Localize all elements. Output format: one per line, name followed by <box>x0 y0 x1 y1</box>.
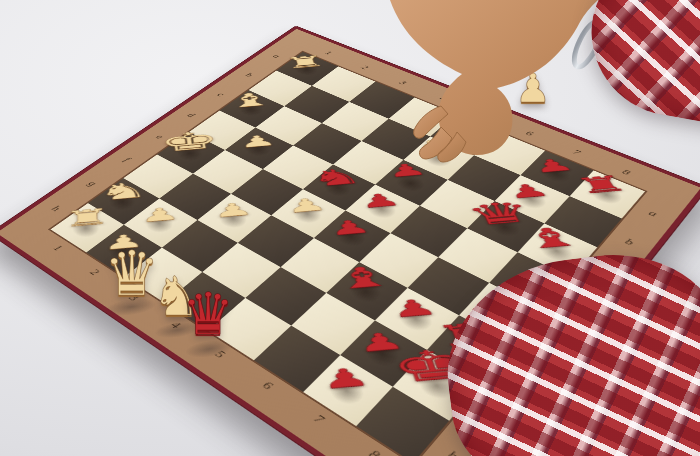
rank-label-bottom-1: 1 <box>35 232 82 264</box>
file-label-left-d: d <box>170 104 213 127</box>
square-g7 <box>340 320 427 386</box>
photo-backdrop: 11aa22bb33cc44dd55ee66ff77gg88hh ♜♝♚♞♜♟♟… <box>0 0 700 456</box>
square-f6 <box>326 262 407 320</box>
square-f5 <box>281 238 360 293</box>
square-g4 <box>202 243 280 298</box>
square-f4 <box>238 215 314 267</box>
square-b8 <box>544 196 621 247</box>
square-d7 <box>438 228 517 283</box>
square-f7 <box>375 288 459 350</box>
square-e6 <box>359 233 438 288</box>
plaid-sleeve <box>578 0 700 126</box>
square-h2 <box>86 225 162 277</box>
file-label-left-b: b <box>228 65 270 86</box>
square-h8 <box>356 387 449 456</box>
square-g5 <box>245 267 326 325</box>
square-g3 <box>162 220 238 272</box>
square-h7 <box>303 355 393 426</box>
square-e5 <box>314 211 390 263</box>
square-h6 <box>254 326 340 392</box>
square-c7 <box>467 201 544 252</box>
square-d6 <box>390 206 467 257</box>
square-g6 <box>291 293 375 355</box>
file-label-left-f: f <box>105 147 149 173</box>
